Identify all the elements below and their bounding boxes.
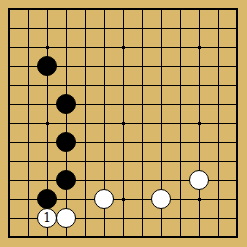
grid-line: [8, 142, 238, 143]
move-number-label: 1: [43, 212, 51, 224]
white-stone: [56, 208, 76, 228]
go-board: 1: [0, 0, 247, 247]
star-point: [198, 46, 201, 49]
white-stone: [189, 170, 209, 190]
star-point: [198, 198, 201, 201]
grid-line: [8, 161, 238, 162]
board-border-line: [236, 8, 238, 238]
board-border-line: [8, 236, 238, 238]
grid-line: [142, 8, 143, 238]
star-point: [122, 46, 125, 49]
white-stone: 1: [37, 208, 57, 228]
star-point: [122, 122, 125, 125]
star-point: [46, 46, 49, 49]
black-stone: [37, 56, 57, 76]
star-point: [46, 122, 49, 125]
black-stone: [56, 170, 76, 190]
white-stone: [151, 189, 171, 209]
black-stone: [56, 94, 76, 114]
black-stone: [56, 132, 76, 152]
black-stone: [37, 189, 57, 209]
go-diagram: 1: [0, 0, 247, 247]
star-point: [198, 122, 201, 125]
white-stone: [94, 189, 114, 209]
star-point: [122, 198, 125, 201]
grid-line: [180, 8, 181, 238]
grid-line: [218, 8, 219, 238]
